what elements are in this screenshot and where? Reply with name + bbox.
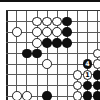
- board-intersection: [92, 48, 100, 59]
- white-stone: [32, 17, 42, 27]
- black-stone: [93, 81, 100, 91]
- white-stone: 1: [83, 70, 93, 80]
- white-stone: [42, 27, 52, 37]
- board-intersection: [72, 80, 82, 91]
- white-stone: [12, 27, 22, 37]
- board-intersection: [82, 80, 92, 91]
- board-intersection: [32, 37, 42, 48]
- black-stone: [22, 49, 32, 59]
- board-intersection: [42, 59, 52, 70]
- move-number-label: 1: [85, 72, 89, 78]
- black-stone: 4: [83, 59, 93, 69]
- white-stone: [22, 91, 32, 100]
- board-intersection: [92, 80, 100, 91]
- board-intersection: [92, 69, 100, 80]
- black-stone: [42, 38, 52, 48]
- board-intersection: [62, 16, 72, 27]
- black-stone: [93, 91, 100, 100]
- board-intersection: [72, 69, 82, 80]
- board-intersection: [92, 91, 100, 100]
- top-rule-line: [0, 0, 100, 2]
- white-stone: [73, 91, 83, 100]
- board-intersection: [52, 27, 62, 38]
- board-intersection: [12, 91, 22, 100]
- board-intersection: [12, 27, 22, 38]
- board-intersection: [62, 27, 72, 38]
- board-intersection: [22, 91, 32, 100]
- board-intersection: [62, 37, 72, 48]
- white-stone: [32, 27, 42, 37]
- board-intersection: 1: [82, 69, 92, 80]
- go-board-diagram: 41: [0, 0, 100, 100]
- board-intersection: [22, 48, 32, 59]
- board-intersection: [32, 27, 42, 38]
- stone-grid: 41: [2, 5, 100, 100]
- board-intersection: [72, 91, 82, 100]
- white-stone: [52, 27, 62, 37]
- black-stone: [62, 27, 72, 37]
- board-intersection: [32, 16, 42, 27]
- board-intersection: [32, 48, 42, 59]
- board-intersection: [52, 16, 62, 27]
- board-intersection: [82, 91, 92, 100]
- white-stone: [52, 17, 62, 27]
- black-stone: [83, 91, 93, 100]
- board-intersection: 4: [82, 59, 92, 70]
- board-intersection: [42, 91, 52, 100]
- black-stone: [93, 70, 100, 80]
- black-stone: [52, 38, 62, 48]
- black-stone: [83, 81, 93, 91]
- board-intersection: [42, 27, 52, 38]
- black-stone: [32, 49, 42, 59]
- board-intersection: [52, 37, 62, 48]
- black-stone: [42, 91, 52, 100]
- white-stone: [42, 59, 52, 69]
- white-stone: [93, 49, 100, 59]
- move-number-label: 4: [85, 61, 89, 67]
- board-intersection: [42, 37, 52, 48]
- white-stone: [12, 91, 22, 100]
- white-stone: [42, 17, 52, 27]
- white-stone: [73, 81, 83, 91]
- black-stone: [62, 17, 72, 27]
- board-intersection: [92, 59, 100, 70]
- white-stone: [73, 70, 83, 80]
- white-stone: [93, 59, 100, 69]
- white-stone: [32, 38, 42, 48]
- board-intersection: [42, 16, 52, 27]
- black-stone: [62, 38, 72, 48]
